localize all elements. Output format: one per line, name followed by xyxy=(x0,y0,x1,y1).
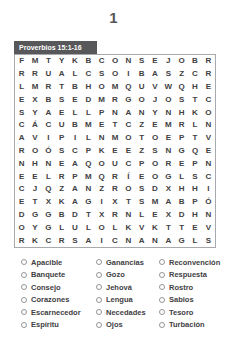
grid-cell-r9c5[interactable]: A xyxy=(68,157,81,170)
grid-cell-r4c12[interactable]: O xyxy=(162,93,175,106)
grid-cell-r13c15[interactable]: N xyxy=(202,209,215,222)
grid-cell-r12c1[interactable]: E xyxy=(15,196,28,209)
grid-cell-r9c4[interactable]: E xyxy=(55,157,68,170)
word-check-circle-icon[interactable] xyxy=(96,309,102,315)
grid-cell-r3c11[interactable]: V xyxy=(148,81,161,94)
grid-cell-r15c7[interactable]: I xyxy=(95,234,108,247)
word-check-circle-icon[interactable] xyxy=(159,297,165,303)
word-label: Ojos xyxy=(106,320,123,329)
grid-cell-r14c4[interactable]: L xyxy=(55,221,68,234)
grid-cell-r10c12[interactable]: G xyxy=(162,170,175,183)
grid-cell-r8c15[interactable]: E xyxy=(202,145,215,158)
grid-cell-r13c9[interactable]: N xyxy=(122,209,135,222)
grid-cell-r14c10[interactable]: V xyxy=(135,221,148,234)
grid-cell-r12c9[interactable]: T xyxy=(122,196,135,209)
grid-cell-r14c2[interactable]: Y xyxy=(28,221,41,234)
grid-cell-r4c6[interactable]: D xyxy=(82,93,95,106)
grid-cell-r14c15[interactable]: V xyxy=(202,221,215,234)
grid-cell-r6c9[interactable]: C xyxy=(122,119,135,132)
grid-cell-r7c8[interactable]: M xyxy=(108,132,121,145)
grid-cell-r15c5[interactable]: S xyxy=(68,234,81,247)
grid-cell-r14c3[interactable]: G xyxy=(42,221,55,234)
grid-cell-r14c7[interactable]: O xyxy=(95,221,108,234)
grid-cell-r8c11[interactable]: S xyxy=(148,145,161,158)
grid-cell-r14c6[interactable]: L xyxy=(82,221,95,234)
grid-cell-r3c7[interactable]: O xyxy=(95,81,108,94)
word-label: Turbación xyxy=(169,320,205,329)
grid-cell-r2c4[interactable]: A xyxy=(55,68,68,81)
grid-cell-r15c14[interactable]: L xyxy=(188,234,201,247)
grid-cell-r7c14[interactable]: T xyxy=(188,132,201,145)
grid-cell-r9c6[interactable]: Q xyxy=(82,157,95,170)
word-check-circle-icon[interactable] xyxy=(21,322,27,328)
grid-cell-r1c6[interactable]: B xyxy=(82,55,95,68)
grid-cell-r3c15[interactable]: E xyxy=(202,81,215,94)
grid-cell-r8c6[interactable]: P xyxy=(82,145,95,158)
grid-cell-r8c9[interactable]: E xyxy=(122,145,135,158)
word-label: Respuesta xyxy=(169,270,207,279)
word-item: Banquete xyxy=(21,269,96,282)
grid-cell-r5c2[interactable]: Y xyxy=(28,106,41,119)
grid-cell-r8c14[interactable]: Q xyxy=(188,145,201,158)
grid-cell-r9c1[interactable]: N xyxy=(15,157,28,170)
grid-cell-r15c15[interactable]: S xyxy=(202,234,215,247)
grid-cell-r12c7[interactable]: I xyxy=(95,196,108,209)
word-label: Necedades xyxy=(106,308,146,317)
grid-cell-r10c14[interactable]: S xyxy=(188,170,201,183)
word-item: Rostro xyxy=(159,281,221,294)
word-item: Reconvención xyxy=(159,256,221,269)
word-label: Lengua xyxy=(106,295,133,304)
grid-cell-r2c7[interactable]: S xyxy=(95,68,108,81)
grid-cell-r10c4[interactable]: R xyxy=(55,170,68,183)
grid-cell-r4c5[interactable]: E xyxy=(68,93,81,106)
word-item: Corazones xyxy=(21,294,96,307)
word-item: Escarnecedor xyxy=(21,306,96,319)
grid-cell-r7c6[interactable]: L xyxy=(82,132,95,145)
grid-cell-r10c5[interactable]: P xyxy=(68,170,81,183)
grid-cell-r9c3[interactable]: N xyxy=(42,157,55,170)
grid-cell-r13c7[interactable]: X xyxy=(95,209,108,222)
grid-cell-r7c12[interactable]: E xyxy=(162,132,175,145)
grid-cell-r3c4[interactable]: T xyxy=(55,81,68,94)
grid-cell-r13c5[interactable]: D xyxy=(68,209,81,222)
word-check-circle-icon[interactable] xyxy=(96,284,102,290)
grid-cell-r9c12[interactable]: R xyxy=(162,157,175,170)
grid-cell-r10c10[interactable]: E xyxy=(135,170,148,183)
grid-cell-r14c8[interactable]: L xyxy=(108,221,121,234)
grid-cell-r2c6[interactable]: C xyxy=(82,68,95,81)
grid-cell-r12c14[interactable]: P xyxy=(188,196,201,209)
grid-cell-r6c15[interactable]: N xyxy=(202,119,215,132)
grid-cell-r7c11[interactable]: O xyxy=(148,132,161,145)
word-check-circle-icon[interactable] xyxy=(96,322,102,328)
grid-cell-r6c12[interactable]: M xyxy=(162,119,175,132)
grid-cell-r5c12[interactable]: N xyxy=(162,106,175,119)
grid-cell-r13c14[interactable]: H xyxy=(188,209,201,222)
grid-cell-r4c13[interactable]: S xyxy=(175,93,188,106)
grid-cell-r6c8[interactable]: T xyxy=(108,119,121,132)
word-check-circle-icon[interactable] xyxy=(96,297,102,303)
grid-cell-r8c13[interactable]: G xyxy=(175,145,188,158)
grid-cell-r14c5[interactable]: U xyxy=(68,221,81,234)
grid-cell-r8c8[interactable]: E xyxy=(108,145,121,158)
grid-cell-r14c14[interactable]: E xyxy=(188,221,201,234)
grid-cell-r13c12[interactable]: X xyxy=(162,209,175,222)
grid-cell-r5c13[interactable]: H xyxy=(175,106,188,119)
grid-cell-r6c14[interactable]: L xyxy=(188,119,201,132)
grid-cell-r11c6[interactable]: N xyxy=(82,183,95,196)
word-check-circle-icon[interactable] xyxy=(96,272,102,278)
grid-cell-r10c11[interactable]: O xyxy=(148,170,161,183)
grid-cell-r4c7[interactable]: M xyxy=(95,93,108,106)
grid-cell-r4c8[interactable]: R xyxy=(108,93,121,106)
grid-cell-r5c14[interactable]: K xyxy=(188,106,201,119)
word-item: Respuesta xyxy=(159,269,221,282)
word-check-circle-icon[interactable] xyxy=(159,309,165,315)
grid-cell-r14c9[interactable]: K xyxy=(122,221,135,234)
grid-cell-r4c1[interactable]: E xyxy=(15,93,28,106)
grid-cell-r8c10[interactable]: Z xyxy=(135,145,148,158)
grid-cell-r13c10[interactable]: L xyxy=(135,209,148,222)
grid-cell-r7c5[interactable]: I xyxy=(68,132,81,145)
grid-cell-r11c5[interactable]: A xyxy=(68,183,81,196)
word-label: Ganancias xyxy=(106,258,144,267)
word-label: Gozo xyxy=(106,270,125,279)
grid-cell-r2c10[interactable]: B xyxy=(135,68,148,81)
grid-cell-r3c9[interactable]: Q xyxy=(122,81,135,94)
word-label: Banquete xyxy=(31,270,65,279)
word-check-circle-icon[interactable] xyxy=(21,259,27,265)
grid-cell-r5c5[interactable]: L xyxy=(68,106,81,119)
grid-cell-r11c12[interactable]: X xyxy=(162,183,175,196)
word-item: Espíritu xyxy=(21,319,96,332)
grid-cell-r2c11[interactable]: A xyxy=(148,68,161,81)
worksheet-page: 1 Proverbios 15:1-16 FMTYKBCONSEJOBRRRUA… xyxy=(0,0,227,346)
grid-cell-r9c13[interactable]: E xyxy=(175,157,188,170)
grid-cell-r12c4[interactable]: K xyxy=(55,196,68,209)
word-list: ApacibleBanqueteConsejoCorazonesEscarnec… xyxy=(21,256,221,331)
grid-cell-r4c3[interactable]: B xyxy=(42,93,55,106)
grid-cell-r11c15[interactable]: I xyxy=(202,183,215,196)
grid-cell-r10c1[interactable]: E xyxy=(15,170,28,183)
grid-cell-r12c15[interactable]: Ó xyxy=(202,196,215,209)
grid-cell-r1c11[interactable]: E xyxy=(148,55,161,68)
grid-cell-r1c1[interactable]: F xyxy=(15,55,28,68)
grid-cell-r1c5[interactable]: K xyxy=(68,55,81,68)
grid-cell-r7c9[interactable]: O xyxy=(122,132,135,145)
word-item: Necedades xyxy=(96,306,159,319)
word-check-circle-icon[interactable] xyxy=(21,297,27,303)
grid-cell-r12c10[interactable]: S xyxy=(135,196,148,209)
grid-cell-r15c10[interactable]: A xyxy=(135,234,148,247)
word-item: Ganancias xyxy=(96,256,159,269)
grid-cell-r10c8[interactable]: R xyxy=(108,170,121,183)
grid-cell-r3c10[interactable]: U xyxy=(135,81,148,94)
grid-cell-r11c8[interactable]: R xyxy=(108,183,121,196)
grid-cell-r15c4[interactable]: R xyxy=(55,234,68,247)
word-check-circle-icon[interactable] xyxy=(159,284,165,290)
grid-cell-r7c2[interactable]: V xyxy=(28,132,41,145)
grid-cell-r1c3[interactable]: T xyxy=(42,55,55,68)
word-check-circle-icon[interactable] xyxy=(159,272,165,278)
grid-cell-r15c13[interactable]: G xyxy=(175,234,188,247)
grid-cell-r12c13[interactable]: B xyxy=(175,196,188,209)
grid-cell-r8c4[interactable]: S xyxy=(55,145,68,158)
grid-cell-r9c14[interactable]: P xyxy=(188,157,201,170)
grid-cell-r3c1[interactable]: L xyxy=(15,81,28,94)
grid-cell-r11c4[interactable]: Z xyxy=(55,183,68,196)
grid-cell-r5c8[interactable]: N xyxy=(108,106,121,119)
grid-cell-r7c13[interactable]: P xyxy=(175,132,188,145)
word-check-circle-icon[interactable] xyxy=(21,309,27,315)
grid-cell-r10c6[interactable]: M xyxy=(82,170,95,183)
grid-cell-r7c15[interactable]: V xyxy=(202,132,215,145)
grid-cell-r5c3[interactable]: A xyxy=(42,106,55,119)
grid-cell-r4c2[interactable]: X xyxy=(28,93,41,106)
grid-cell-r6c6[interactable]: M xyxy=(82,119,95,132)
grid-cell-r13c2[interactable]: G xyxy=(28,209,41,222)
grid-cell-r1c14[interactable]: B xyxy=(188,55,201,68)
grid-cell-r7c4[interactable]: P xyxy=(55,132,68,145)
grid-cell-r5c1[interactable]: S xyxy=(15,106,28,119)
grid-cell-r5c6[interactable]: L xyxy=(82,106,95,119)
grid-cell-r8c7[interactable]: K xyxy=(95,145,108,158)
grid-cell-r12c12[interactable]: A xyxy=(162,196,175,209)
grid-cell-r12c8[interactable]: X xyxy=(108,196,121,209)
grid-cell-r15c1[interactable]: R xyxy=(15,234,28,247)
grid-cell-r6c1[interactable]: C xyxy=(15,119,28,132)
grid-cell-r3c2[interactable]: M xyxy=(28,81,41,94)
grid-cell-r4c15[interactable]: C xyxy=(202,93,215,106)
grid-cell-r2c3[interactable]: U xyxy=(42,68,55,81)
grid-cell-r15c3[interactable]: C xyxy=(42,234,55,247)
grid-cell-r6c7[interactable]: E xyxy=(95,119,108,132)
grid-cell-r10c3[interactable]: L xyxy=(42,170,55,183)
word-check-circle-icon[interactable] xyxy=(21,272,27,278)
grid-cell-r1c7[interactable]: C xyxy=(95,55,108,68)
grid-cell-r2c14[interactable]: C xyxy=(188,68,201,81)
grid-cell-r11c11[interactable]: D xyxy=(148,183,161,196)
grid-cell-r6c13[interactable]: R xyxy=(175,119,188,132)
grid-cell-r7c1[interactable]: A xyxy=(15,132,28,145)
grid-cell-r1c9[interactable]: N xyxy=(122,55,135,68)
word-label: Consejo xyxy=(31,283,61,292)
grid-cell-r12c6[interactable]: G xyxy=(82,196,95,209)
grid-cell-r1c15[interactable]: R xyxy=(202,55,215,68)
grid-cell-r3c12[interactable]: W xyxy=(162,81,175,94)
grid-cell-r5c15[interactable]: O xyxy=(202,106,215,119)
grid-cell-r9c10[interactable]: P xyxy=(135,157,148,170)
grid-cell-r2c5[interactable]: L xyxy=(68,68,81,81)
grid-cell-r2c1[interactable]: R xyxy=(15,68,28,81)
grid-cell-r6c3[interactable]: C xyxy=(42,119,55,132)
grid-cell-r8c2[interactable]: O xyxy=(28,145,41,158)
grid-cell-r9c2[interactable]: H xyxy=(28,157,41,170)
grid-cell-r5c9[interactable]: A xyxy=(122,106,135,119)
grid-cell-r8c1[interactable]: R xyxy=(15,145,28,158)
grid-cell-r1c10[interactable]: S xyxy=(135,55,148,68)
word-label: Espíritu xyxy=(31,320,59,329)
grid-cell-r2c13[interactable]: Z xyxy=(175,68,188,81)
word-label: Sabios xyxy=(169,295,194,304)
grid-cell-r5c11[interactable]: Y xyxy=(148,106,161,119)
grid-cell-r9c9[interactable]: C xyxy=(122,157,135,170)
grid-cell-r8c3[interactable]: Ó xyxy=(42,145,55,158)
grid-cell-r4c4[interactable]: S xyxy=(55,93,68,106)
grid-cell-r2c15[interactable]: R xyxy=(202,68,215,81)
word-label: Escarnecedor xyxy=(31,308,81,317)
grid-cell-r1c12[interactable]: J xyxy=(162,55,175,68)
word-label: Tesoro xyxy=(169,308,193,317)
grid-cell-r3c14[interactable]: H xyxy=(188,81,201,94)
grid-cell-r13c3[interactable]: G xyxy=(42,209,55,222)
grid-cell-r3c6[interactable]: H xyxy=(82,81,95,94)
grid-cell-r13c8[interactable]: R xyxy=(108,209,121,222)
grid-cell-r1c2[interactable]: M xyxy=(28,55,41,68)
grid-cell-r13c11[interactable]: E xyxy=(148,209,161,222)
word-item: Ojos xyxy=(96,319,159,332)
puzzle-title: Proverbios 15:1-16 xyxy=(19,44,82,51)
word-item: Jehová xyxy=(96,281,159,294)
grid-cell-r5c4[interactable]: E xyxy=(55,106,68,119)
grid-cell-r10c9[interactable]: Í xyxy=(122,170,135,183)
grid-cell-r13c6[interactable]: T xyxy=(82,209,95,222)
grid-cell-r13c4[interactable]: B xyxy=(55,209,68,222)
grid-cell-r11c2[interactable]: J xyxy=(28,183,41,196)
grid-cell-r15c6[interactable]: A xyxy=(82,234,95,247)
grid-cell-r2c8[interactable]: O xyxy=(108,68,121,81)
grid-cell-r10c2[interactable]: E xyxy=(28,170,41,183)
word-label: Apacible xyxy=(31,258,62,267)
grid-cell-r7c7[interactable]: N xyxy=(95,132,108,145)
grid-cell-r11c13[interactable]: H xyxy=(175,183,188,196)
grid-cell-r8c12[interactable]: N xyxy=(162,145,175,158)
word-check-circle-icon[interactable] xyxy=(159,259,165,265)
grid-cell-r10c7[interactable]: Q xyxy=(95,170,108,183)
grid-cell-r15c9[interactable]: N xyxy=(122,234,135,247)
word-item: Lengua xyxy=(96,294,159,307)
grid-cell-r4c9[interactable]: G xyxy=(122,93,135,106)
word-search-grid: FMTYKBCONSEJOBRRRUALCSOIBASZCRLMRTBHOMQU… xyxy=(14,54,216,248)
grid-cell-r2c9[interactable]: I xyxy=(122,68,135,81)
grid-cell-r12c5[interactable]: A xyxy=(68,196,81,209)
word-item: Tesoro xyxy=(159,306,221,319)
grid-cell-r3c3[interactable]: R xyxy=(42,81,55,94)
grid-cell-r9c15[interactable]: N xyxy=(202,157,215,170)
grid-cell-r2c2[interactable]: R xyxy=(28,68,41,81)
grid-cell-r2c12[interactable]: S xyxy=(162,68,175,81)
grid-cell-r3c13[interactable]: Q xyxy=(175,81,188,94)
grid-cell-r6c11[interactable]: E xyxy=(148,119,161,132)
grid-cell-r6c5[interactable]: B xyxy=(68,119,81,132)
word-label: Rostro xyxy=(169,283,193,292)
word-item: Consejo xyxy=(21,281,96,294)
puzzle-title-tab: Proverbios 15:1-16 xyxy=(14,41,97,54)
grid-cell-r15c12[interactable]: A xyxy=(162,234,175,247)
grid-cell-r6c10[interactable]: Z xyxy=(135,119,148,132)
word-check-circle-icon[interactable] xyxy=(159,322,165,328)
grid-cell-r12c3[interactable]: X xyxy=(42,196,55,209)
grid-cell-r12c2[interactable]: T xyxy=(28,196,41,209)
word-item: Gozo xyxy=(96,269,159,282)
grid-cell-r15c2[interactable]: K xyxy=(28,234,41,247)
grid-cell-r11c3[interactable]: Q xyxy=(42,183,55,196)
word-item: Apacible xyxy=(21,256,96,269)
grid-cell-r10c15[interactable]: C xyxy=(202,170,215,183)
grid-cell-r11c7[interactable]: Z xyxy=(95,183,108,196)
word-label: Jehová xyxy=(106,283,132,292)
grid-cell-r9c8[interactable]: U xyxy=(108,157,121,170)
grid-cell-r13c1[interactable]: D xyxy=(15,209,28,222)
grid-cell-r14c11[interactable]: K xyxy=(148,221,161,234)
word-check-circle-icon[interactable] xyxy=(96,259,102,265)
grid-cell-r14c1[interactable]: O xyxy=(15,221,28,234)
page-number: 1 xyxy=(0,9,227,26)
grid-cell-r11c9[interactable]: O xyxy=(122,183,135,196)
grid-cell-r9c7[interactable]: O xyxy=(95,157,108,170)
grid-cell-r1c4[interactable]: Y xyxy=(55,55,68,68)
grid-cell-r6c2[interactable]: Á xyxy=(28,119,41,132)
grid-cell-r5c10[interactable]: N xyxy=(135,106,148,119)
word-check-circle-icon[interactable] xyxy=(21,284,27,290)
grid-cell-r15c11[interactable]: N xyxy=(148,234,161,247)
grid-cell-r6c4[interactable]: U xyxy=(55,119,68,132)
grid-cell-r11c1[interactable]: C xyxy=(15,183,28,196)
word-item: Turbación xyxy=(159,319,221,332)
grid-cell-r11c14[interactable]: H xyxy=(188,183,201,196)
grid-cell-r1c13[interactable]: O xyxy=(175,55,188,68)
word-label: Reconvención xyxy=(169,258,220,267)
grid-cell-r3c5[interactable]: B xyxy=(68,81,81,94)
grid-cell-r4c11[interactable]: J xyxy=(148,93,161,106)
grid-cell-r9c11[interactable]: O xyxy=(148,157,161,170)
grid-cell-r3c8[interactable]: M xyxy=(108,81,121,94)
grid-cell-r4c14[interactable]: T xyxy=(188,93,201,106)
grid-cell-r1c8[interactable]: O xyxy=(108,55,121,68)
grid-cell-r7c3[interactable]: I xyxy=(42,132,55,145)
word-label: Corazones xyxy=(31,295,69,304)
grid-cell-r5c7[interactable]: P xyxy=(95,106,108,119)
grid-cell-r13c13[interactable]: D xyxy=(175,209,188,222)
grid-cell-r7c10[interactable]: T xyxy=(135,132,148,145)
word-item: Sabios xyxy=(159,294,221,307)
grid-cell-r14c13[interactable]: T xyxy=(175,221,188,234)
grid-cell-r11c10[interactable]: S xyxy=(135,183,148,196)
grid-cell-r4c10[interactable]: O xyxy=(135,93,148,106)
grid-cell-r8c5[interactable]: C xyxy=(68,145,81,158)
grid-cell-r12c11[interactable]: M xyxy=(148,196,161,209)
grid-cell-r14c12[interactable]: T xyxy=(162,221,175,234)
grid-cell-r15c8[interactable]: C xyxy=(108,234,121,247)
grid-cell-r10c13[interactable]: L xyxy=(175,170,188,183)
